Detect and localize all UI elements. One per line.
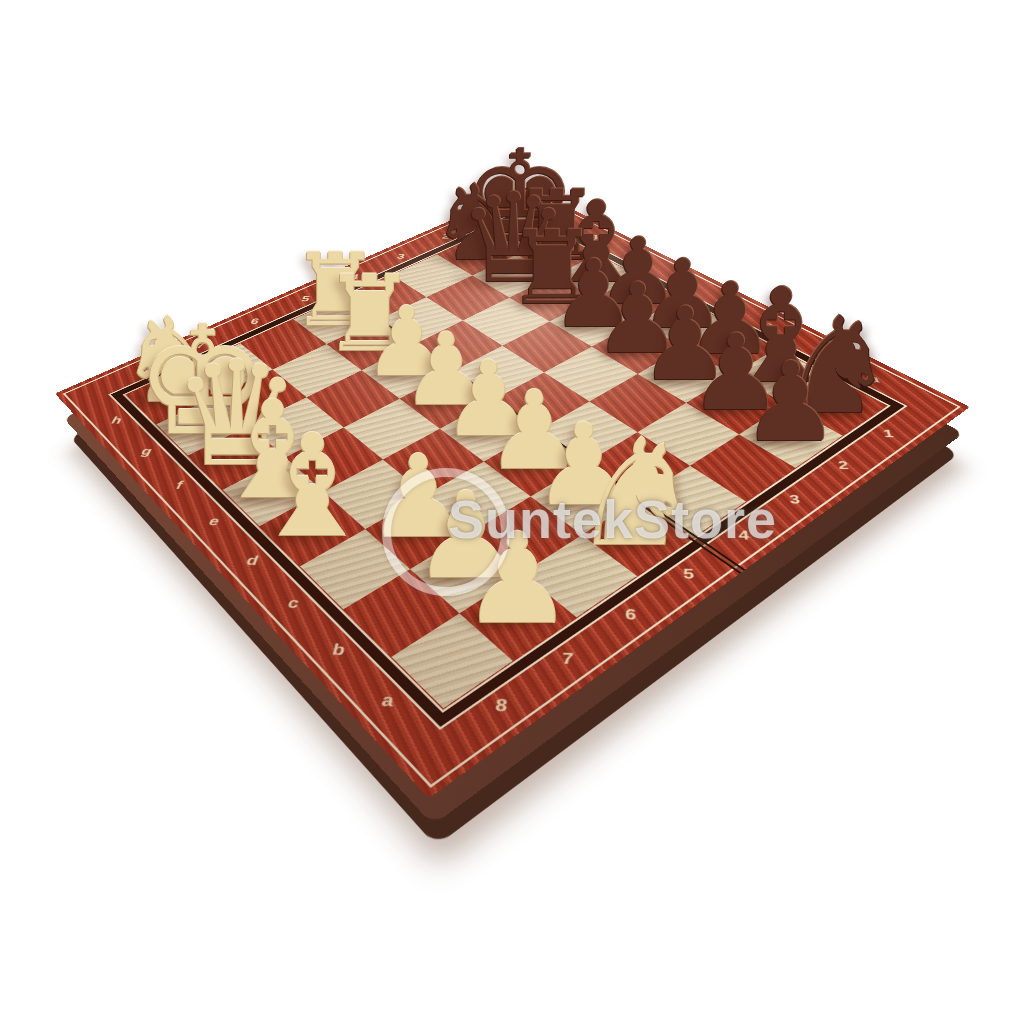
file-label-right-e: e bbox=[672, 274, 680, 282]
rank-label-front-4: 4 bbox=[737, 528, 749, 543]
rank-label-front-5: 5 bbox=[683, 566, 695, 582]
product-photo-stage: hgfedcbahgfedcba8765432187654321 ♞♚♛♝♝♟♟… bbox=[0, 0, 1024, 1024]
rank-label-front-8: 8 bbox=[494, 696, 508, 716]
rank-label-far-8: 8 bbox=[138, 365, 152, 375]
file-label-right-b: b bbox=[814, 346, 826, 356]
rank-label-far-5: 5 bbox=[300, 295, 311, 303]
file-label-right-g: g bbox=[590, 233, 599, 240]
file-label-right-d: d bbox=[716, 297, 726, 306]
rank-label-far-7: 7 bbox=[195, 341, 208, 350]
file-label-left-g: g bbox=[139, 446, 155, 458]
file-label-right-a: a bbox=[868, 374, 880, 385]
rank-label-front-3: 3 bbox=[789, 492, 801, 506]
rank-label-far-3: 3 bbox=[396, 253, 406, 261]
file-label-left-b: b bbox=[330, 641, 347, 659]
file-label-left-h: h bbox=[109, 415, 124, 426]
chess-board: hgfedcbahgfedcba8765432187654321 bbox=[55, 187, 970, 799]
rank-label-far-6: 6 bbox=[249, 317, 261, 326]
file-label-left-e: e bbox=[207, 514, 222, 528]
file-label-right-f: f bbox=[631, 253, 636, 261]
rank-label-far-2: 2 bbox=[441, 233, 450, 240]
rank-label-front-2: 2 bbox=[837, 459, 850, 472]
board-squares-grid bbox=[127, 216, 887, 709]
file-label-right-c: c bbox=[763, 321, 773, 330]
rank-label-front-7: 7 bbox=[562, 649, 575, 667]
file-label-left-f: f bbox=[174, 479, 185, 492]
rank-label-far-1: 1 bbox=[484, 214, 493, 221]
rank-label-front-6: 6 bbox=[625, 606, 636, 623]
rank-label-front-1: 1 bbox=[882, 427, 895, 439]
file-label-right-h: h bbox=[552, 214, 561, 221]
file-label-left-a: a bbox=[380, 691, 396, 711]
rank-label-far-4: 4 bbox=[349, 273, 359, 281]
file-label-left-c: c bbox=[286, 595, 301, 611]
file-label-left-d: d bbox=[244, 553, 260, 568]
